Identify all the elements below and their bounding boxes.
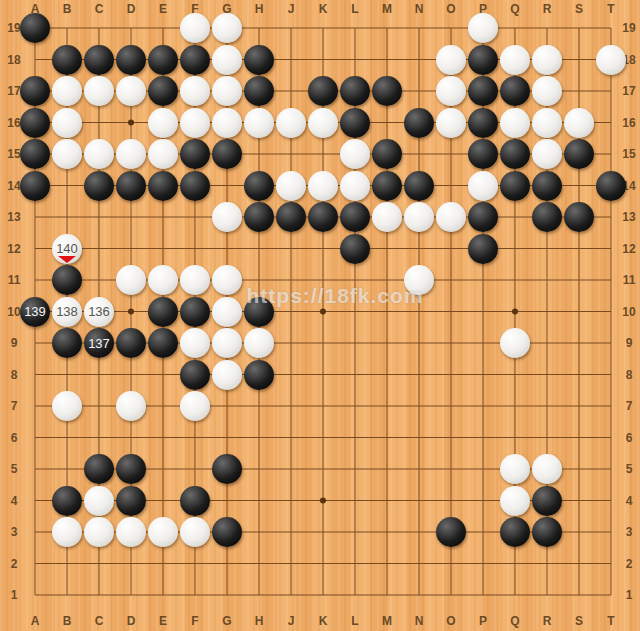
black-stone-F18[interactable] [180,45,210,75]
white-stone-C4[interactable] [84,486,114,516]
col-label-bottom-C: C [95,614,104,628]
black-stone-C18[interactable] [84,45,114,75]
row-label-right-4: 4 [626,494,633,508]
black-stone-T14[interactable] [596,171,626,201]
black-stone-A10[interactable]: 139 [20,297,50,327]
black-stone-L13[interactable] [340,202,370,232]
black-stone-K13[interactable] [308,202,338,232]
col-label-top-S: S [575,2,583,16]
last-move-marker-icon [58,256,76,263]
white-stone-Q18[interactable] [500,45,530,75]
col-label-bottom-O: O [446,614,455,628]
black-stone-S13[interactable] [564,202,594,232]
black-stone-H18[interactable] [244,45,274,75]
white-stone-B3[interactable] [52,517,82,547]
black-stone-E10[interactable] [148,297,178,327]
row-label-left-5: 5 [11,462,18,476]
row-label-left-8: 8 [11,368,18,382]
black-stone-R4[interactable] [532,486,562,516]
black-stone-D14[interactable] [116,171,146,201]
white-stone-G19[interactable] [212,13,242,43]
white-stone-B10[interactable]: 138 [52,297,82,327]
white-stone-G11[interactable] [212,265,242,295]
black-stone-H17[interactable] [244,76,274,106]
white-stone-D11[interactable] [116,265,146,295]
black-stone-H8[interactable] [244,360,274,390]
col-label-bottom-L: L [351,614,358,628]
col-label-top-M: M [382,2,392,16]
row-label-left-10: 10 [7,305,20,319]
white-stone-G17[interactable] [212,76,242,106]
black-stone-A17[interactable] [20,76,50,106]
white-stone-G9[interactable] [212,328,242,358]
move-number-140: 140 [56,242,78,255]
black-stone-L17[interactable] [340,76,370,106]
black-stone-D9[interactable] [116,328,146,358]
row-label-left-7: 7 [11,399,18,413]
row-label-left-9: 9 [11,336,18,350]
col-label-top-B: B [63,2,72,16]
black-stone-G15[interactable] [212,139,242,169]
white-stone-H16[interactable] [244,108,274,138]
white-stone-D17[interactable] [116,76,146,106]
white-stone-O17[interactable] [436,76,466,106]
row-label-left-4: 4 [11,494,18,508]
white-stone-G13[interactable] [212,202,242,232]
white-stone-C3[interactable] [84,517,114,547]
black-stone-P15[interactable] [468,139,498,169]
col-label-bottom-S: S [575,614,583,628]
white-stone-P14[interactable] [468,171,498,201]
black-stone-B9[interactable] [52,328,82,358]
black-stone-E9[interactable] [148,328,178,358]
col-label-top-H: H [255,2,264,16]
white-stone-Q16[interactable] [500,108,530,138]
col-label-bottom-B: B [63,614,72,628]
white-stone-C15[interactable] [84,139,114,169]
white-stone-O13[interactable] [436,202,466,232]
col-label-bottom-M: M [382,614,392,628]
white-stone-D15[interactable] [116,139,146,169]
white-stone-K14[interactable] [308,171,338,201]
row-label-left-2: 2 [11,557,18,571]
white-stone-K16[interactable] [308,108,338,138]
white-stone-H9[interactable] [244,328,274,358]
white-stone-R16[interactable] [532,108,562,138]
white-stone-D3[interactable] [116,517,146,547]
black-stone-P13[interactable] [468,202,498,232]
black-stone-J13[interactable] [276,202,306,232]
black-stone-B18[interactable] [52,45,82,75]
white-stone-C17[interactable] [84,76,114,106]
row-label-left-15: 15 [7,147,20,161]
white-stone-O18[interactable] [436,45,466,75]
black-stone-Q14[interactable] [500,171,530,201]
black-stone-R14[interactable] [532,171,562,201]
black-stone-P12[interactable] [468,234,498,264]
row-label-right-9: 9 [626,336,633,350]
black-stone-F15[interactable] [180,139,210,169]
row-label-right-8: 8 [626,368,633,382]
black-stone-D18[interactable] [116,45,146,75]
black-stone-B11[interactable] [52,265,82,295]
white-stone-F9[interactable] [180,328,210,358]
white-stone-F16[interactable] [180,108,210,138]
col-label-top-K: K [319,2,328,16]
black-stone-A16[interactable] [20,108,50,138]
black-stone-E14[interactable] [148,171,178,201]
white-stone-F11[interactable] [180,265,210,295]
black-stone-A19[interactable] [20,13,50,43]
black-stone-A14[interactable] [20,171,50,201]
black-stone-H14[interactable] [244,171,274,201]
row-label-left-6: 6 [11,431,18,445]
black-stone-H13[interactable] [244,202,274,232]
white-stone-O16[interactable] [436,108,466,138]
white-stone-R15[interactable] [532,139,562,169]
black-stone-D4[interactable] [116,486,146,516]
white-stone-B12[interactable]: 140 [52,234,82,264]
row-label-right-10: 10 [622,305,635,319]
col-label-bottom-G: G [222,614,231,628]
row-label-right-12: 12 [622,242,635,256]
row-label-left-11: 11 [8,273,21,287]
black-stone-P18[interactable] [468,45,498,75]
col-label-top-C: C [95,2,104,16]
col-label-bottom-A: A [31,614,40,628]
white-stone-E15[interactable] [148,139,178,169]
black-stone-E18[interactable] [148,45,178,75]
black-stone-M14[interactable] [372,171,402,201]
white-stone-B17[interactable] [52,76,82,106]
col-label-bottom-H: H [255,614,264,628]
row-label-left-3: 3 [11,525,18,539]
move-number-138: 138 [56,305,78,318]
black-stone-Q3[interactable] [500,517,530,547]
move-number-136: 136 [88,305,110,318]
white-stone-F19[interactable] [180,13,210,43]
white-stone-F7[interactable] [180,391,210,421]
col-label-top-E: E [159,2,167,16]
white-stone-F17[interactable] [180,76,210,106]
white-stone-P19[interactable] [468,13,498,43]
white-stone-R17[interactable] [532,76,562,106]
col-label-bottom-P: P [479,614,487,628]
white-stone-R18[interactable] [532,45,562,75]
black-stone-N16[interactable] [404,108,434,138]
white-stone-E3[interactable] [148,517,178,547]
row-label-right-3: 3 [626,525,633,539]
white-stone-S16[interactable] [564,108,594,138]
black-stone-F10[interactable] [180,297,210,327]
col-label-top-N: N [415,2,424,16]
white-stone-Q9[interactable] [500,328,530,358]
row-label-left-19: 19 [7,21,20,35]
white-stone-Q5[interactable] [500,454,530,484]
black-stone-Q15[interactable] [500,139,530,169]
col-label-bottom-K: K [319,614,328,628]
row-label-right-2: 2 [626,557,633,571]
black-stone-Q17[interactable] [500,76,530,106]
col-label-top-J: J [288,2,295,16]
row-label-right-13: 13 [622,210,635,224]
col-label-top-L: L [351,2,358,16]
row-label-left-13: 13 [7,210,20,224]
black-stone-F8[interactable] [180,360,210,390]
white-stone-Q4[interactable] [500,486,530,516]
white-stone-T18[interactable] [596,45,626,75]
black-stone-M17[interactable] [372,76,402,106]
white-stone-B16[interactable] [52,108,82,138]
col-label-top-O: O [446,2,455,16]
black-stone-M15[interactable] [372,139,402,169]
move-number-139: 139 [24,305,46,318]
col-label-bottom-R: R [543,614,552,628]
black-stone-P16[interactable] [468,108,498,138]
col-label-bottom-Q: Q [510,614,519,628]
black-stone-P17[interactable] [468,76,498,106]
white-stone-F3[interactable] [180,517,210,547]
black-stone-E17[interactable] [148,76,178,106]
black-stone-K17[interactable] [308,76,338,106]
white-stone-E11[interactable] [148,265,178,295]
black-stone-C14[interactable] [84,171,114,201]
col-label-bottom-D: D [127,614,136,628]
white-stone-N13[interactable] [404,202,434,232]
row-label-right-17: 17 [622,84,635,98]
col-label-bottom-F: F [191,614,198,628]
row-label-right-5: 5 [626,462,633,476]
white-stone-J14[interactable] [276,171,306,201]
white-stone-L14[interactable] [340,171,370,201]
row-label-left-17: 17 [7,84,20,98]
row-label-left-1: 1 [11,588,18,602]
black-stone-L12[interactable] [340,234,370,264]
white-stone-C10[interactable]: 136 [84,297,114,327]
white-stone-B7[interactable] [52,391,82,421]
col-label-bottom-J: J [288,614,295,628]
row-label-left-14: 14 [7,179,20,193]
white-stone-E16[interactable] [148,108,178,138]
black-stone-F14[interactable] [180,171,210,201]
white-stone-L15[interactable] [340,139,370,169]
white-stone-D7[interactable] [116,391,146,421]
white-stone-G10[interactable] [212,297,242,327]
black-stone-D5[interactable] [116,454,146,484]
row-label-right-7: 7 [626,399,633,413]
white-stone-G18[interactable] [212,45,242,75]
black-stone-C9[interactable]: 137 [84,328,114,358]
black-stone-G5[interactable] [212,454,242,484]
black-stone-C5[interactable] [84,454,114,484]
black-stone-F4[interactable] [180,486,210,516]
black-stone-B4[interactable] [52,486,82,516]
white-stone-J16[interactable] [276,108,306,138]
white-stone-G16[interactable] [212,108,242,138]
white-stone-M13[interactable] [372,202,402,232]
watermark-text: https://18fk.com [246,284,423,308]
row-label-right-11: 11 [623,273,636,287]
col-label-bottom-E: E [159,614,167,628]
black-stone-A15[interactable] [20,139,50,169]
col-label-top-R: R [543,2,552,16]
col-label-bottom-T: T [607,614,614,628]
white-stone-B15[interactable] [52,139,82,169]
row-label-left-18: 18 [7,53,20,67]
white-stone-R5[interactable] [532,454,562,484]
col-label-top-D: D [127,2,136,16]
row-label-right-19: 19 [622,21,635,35]
go-board[interactable]: AABBCCDDEEFFGGHHJJKKLLMMNNOOPPQQRRSSTT19… [0,0,640,631]
move-number-137: 137 [88,337,110,350]
row-label-left-16: 16 [7,116,20,130]
black-stone-R13[interactable] [532,202,562,232]
black-stone-R3[interactable] [532,517,562,547]
black-stone-S15[interactable] [564,139,594,169]
black-stone-L16[interactable] [340,108,370,138]
row-label-left-12: 12 [7,242,20,256]
col-label-top-Q: Q [510,2,519,16]
black-stone-O3[interactable] [436,517,466,547]
row-label-right-15: 15 [622,147,635,161]
col-label-bottom-N: N [415,614,424,628]
white-stone-G8[interactable] [212,360,242,390]
row-label-right-1: 1 [626,588,633,602]
row-label-right-6: 6 [626,431,633,445]
black-stone-G3[interactable] [212,517,242,547]
col-label-top-T: T [607,2,614,16]
black-stone-N14[interactable] [404,171,434,201]
row-label-right-16: 16 [622,116,635,130]
